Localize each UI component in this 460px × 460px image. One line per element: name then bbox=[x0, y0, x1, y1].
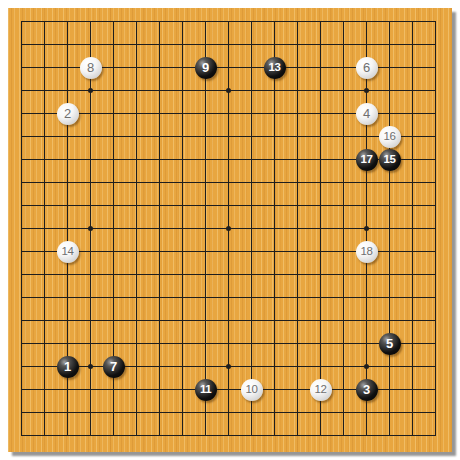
stone-5-black: 5 bbox=[379, 333, 401, 355]
stone-17-black: 17 bbox=[356, 149, 378, 171]
stone-3-black: 3 bbox=[356, 379, 378, 401]
star-point bbox=[88, 88, 93, 93]
stone-number: 11 bbox=[200, 384, 211, 396]
stone-1-black: 1 bbox=[57, 356, 79, 378]
go-board[interactable]: 123456789101112131415161718 bbox=[8, 8, 452, 452]
stone-10-white: 10 bbox=[241, 379, 263, 401]
stone-number: 10 bbox=[246, 384, 258, 396]
stone-12-white: 12 bbox=[310, 379, 332, 401]
stone-13-black: 13 bbox=[264, 57, 286, 79]
stone-4-white: 4 bbox=[356, 103, 378, 125]
stone-11-black: 11 bbox=[195, 379, 217, 401]
grid-lines: 123456789101112131415161718 bbox=[21, 21, 436, 436]
stone-2-white: 2 bbox=[57, 103, 79, 125]
star-point bbox=[88, 226, 93, 231]
stone-16-white: 16 bbox=[379, 126, 401, 148]
stone-number: 1 bbox=[64, 360, 71, 373]
star-point bbox=[364, 226, 369, 231]
stone-number: 17 bbox=[361, 154, 373, 166]
star-point bbox=[364, 88, 369, 93]
star-point bbox=[226, 226, 231, 231]
stone-number: 12 bbox=[315, 384, 327, 396]
stone-number: 13 bbox=[269, 62, 281, 74]
diagram-frame: 123456789101112131415161718 bbox=[0, 0, 460, 460]
stone-number: 4 bbox=[363, 107, 370, 120]
star-point bbox=[226, 88, 231, 93]
star-point bbox=[88, 364, 93, 369]
stone-number: 9 bbox=[202, 61, 209, 74]
star-point bbox=[226, 364, 231, 369]
stone-number: 7 bbox=[110, 360, 117, 373]
stone-number: 16 bbox=[384, 131, 396, 143]
stone-number: 14 bbox=[62, 246, 74, 258]
stone-7-black: 7 bbox=[103, 356, 125, 378]
star-point bbox=[364, 364, 369, 369]
stone-14-white: 14 bbox=[57, 241, 79, 263]
stone-number: 8 bbox=[87, 61, 94, 74]
stone-15-black: 15 bbox=[379, 149, 401, 171]
stone-number: 2 bbox=[64, 107, 71, 120]
stone-6-white: 6 bbox=[356, 57, 378, 79]
stone-number: 15 bbox=[384, 154, 396, 166]
stone-8-white: 8 bbox=[80, 57, 102, 79]
stone-number: 3 bbox=[363, 383, 370, 396]
stone-number: 5 bbox=[386, 337, 393, 350]
stone-number: 6 bbox=[363, 61, 370, 74]
stone-9-black: 9 bbox=[195, 57, 217, 79]
stone-18-white: 18 bbox=[356, 241, 378, 263]
stone-number: 18 bbox=[361, 246, 373, 258]
